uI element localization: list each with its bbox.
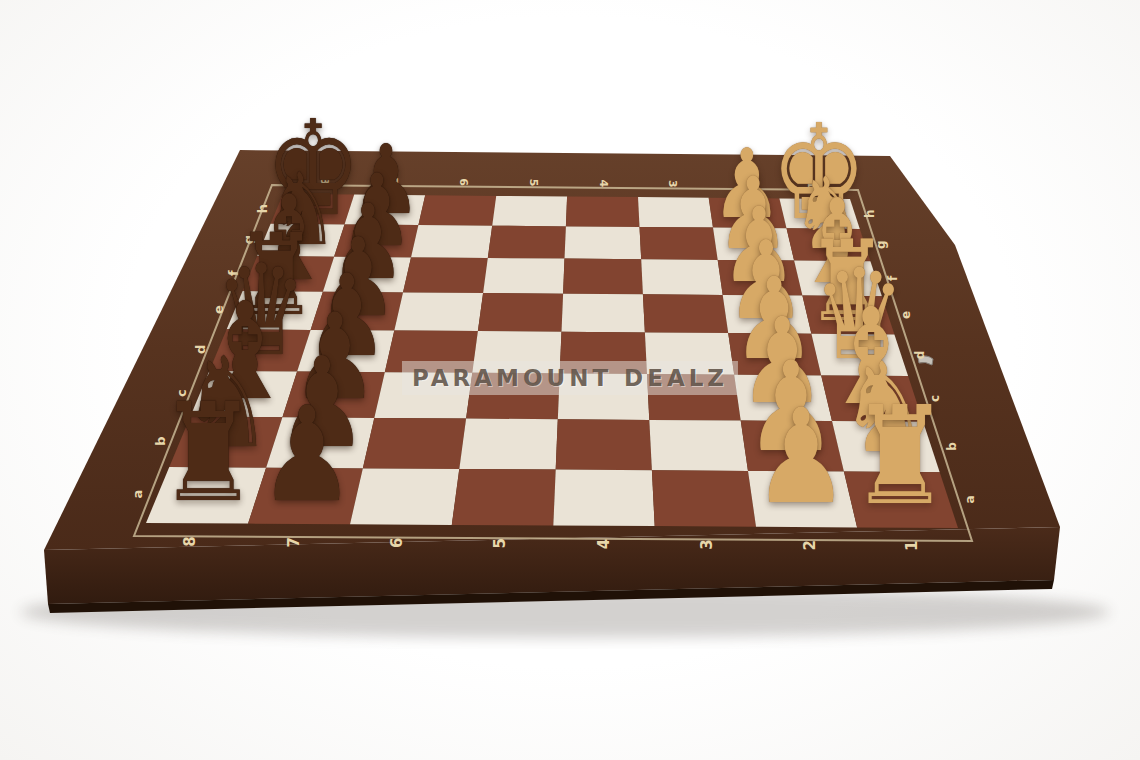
square-b4[interactable] [556, 419, 652, 470]
square-e6[interactable] [394, 292, 483, 331]
piece-white-rook[interactable]: ♜ [850, 389, 950, 525]
coord-back-6: 6 [457, 178, 470, 186]
square-g6[interactable] [411, 225, 492, 258]
square-f5[interactable] [483, 258, 564, 294]
coord-front-6: 6 [388, 538, 406, 548]
coord-right-a: a [963, 495, 977, 503]
square-g4[interactable] [565, 226, 642, 259]
square-h3[interactable] [638, 197, 713, 228]
chessboard-product-photo: 8877665544332211aabbccddeeffgghh ♚♟♟♚♞♟♟… [0, 0, 1140, 760]
piece-white-pawn[interactable]: ♟ [753, 393, 849, 524]
square-b3[interactable] [649, 420, 748, 471]
square-e4[interactable] [562, 294, 645, 333]
coord-back-4: 4 [597, 179, 610, 187]
square-g5[interactable] [488, 226, 566, 259]
coord-front-5: 5 [491, 538, 509, 548]
coord-back-5: 5 [527, 179, 540, 187]
coord-front-1: 1 [903, 541, 921, 551]
coord-front-7: 7 [285, 537, 303, 547]
coord-left-a: a [130, 490, 145, 499]
piece-black-pawn[interactable]: ♟ [259, 389, 356, 520]
square-g3[interactable] [640, 227, 718, 260]
square-f4[interactable] [563, 259, 643, 295]
square-a3[interactable] [652, 470, 756, 527]
square-h4[interactable] [566, 197, 640, 228]
coord-front-8: 8 [181, 536, 199, 546]
square-a5[interactable] [452, 469, 556, 526]
square-b5[interactable] [459, 419, 558, 470]
square-a6[interactable] [350, 468, 459, 525]
coord-front-2: 2 [801, 540, 819, 550]
coord-back-3: 3 [666, 180, 679, 188]
square-a4[interactable] [553, 470, 654, 526]
square-e3[interactable] [643, 294, 728, 333]
piece-black-rook[interactable]: ♜ [158, 384, 258, 520]
square-h6[interactable] [418, 195, 496, 225]
square-f3[interactable] [641, 259, 723, 295]
square-e5[interactable] [478, 293, 563, 332]
coord-front-3: 3 [698, 539, 716, 549]
square-h5[interactable] [492, 196, 567, 227]
coord-front-4: 4 [595, 539, 613, 549]
watermark-text: PARAMOUNT DEALZ [402, 361, 738, 395]
square-f6[interactable] [403, 257, 488, 293]
